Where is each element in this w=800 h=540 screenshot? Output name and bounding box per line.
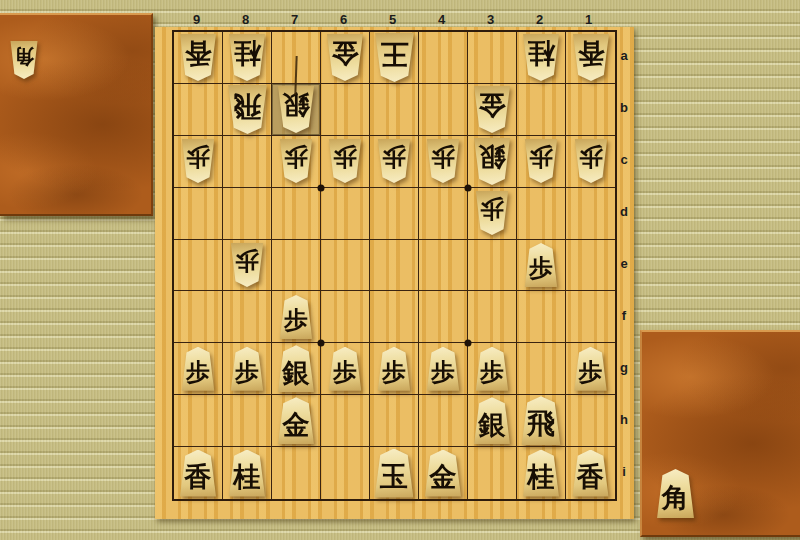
square-2f[interactable] [517,291,566,343]
square-9f[interactable] [174,291,223,343]
square-4b[interactable] [419,84,468,136]
pawn-kanji: 歩 [573,347,609,391]
square-4a[interactable] [419,32,468,84]
square-1f[interactable] [566,291,615,343]
square-4f[interactable] [419,291,468,343]
square-9i[interactable]: 香 [174,447,223,499]
square-8d[interactable] [223,188,272,240]
square-7g[interactable]: 銀 [272,343,321,395]
file-label-1: 1 [564,11,613,28]
square-3b[interactable]: 金 [468,84,517,136]
file-label-6: 6 [319,11,368,28]
square-1g[interactable]: 歩 [566,343,615,395]
square-7i[interactable] [272,447,321,499]
rook-kanji: 飛 [226,85,269,134]
knight-kanji: 桂 [521,450,561,497]
silver-kanji: 銀 [276,345,316,392]
gold-kanji: 金 [325,34,365,81]
piece-pawn-sente[interactable]: 歩 [278,295,314,339]
gote-piece-stand: 角 [0,13,153,216]
board-grid: 香桂金王桂香飛銀金歩歩歩歩歩銀歩歩歩歩歩歩歩歩銀歩歩歩歩歩金銀飛香桂玉金桂香 [172,30,617,501]
piece-lance-gote[interactable]: 香 [571,34,611,81]
piece-knight-sente[interactable]: 桂 [227,450,267,497]
square-8i[interactable]: 桂 [223,447,272,499]
piece-pawn-sente[interactable]: 歩 [474,347,510,391]
rank-label-c: c [615,134,633,186]
square-5f[interactable] [370,291,419,343]
pawn-kanji: 歩 [229,347,265,391]
knight-kanji: 桂 [227,34,267,81]
rank-label-e: e [615,238,633,290]
piece-pawn-gote[interactable]: 歩 [229,243,265,287]
square-9b[interactable] [174,84,223,136]
pawn-kanji: 歩 [376,139,412,183]
piece-knight-gote[interactable]: 桂 [227,34,267,81]
square-5b[interactable] [370,84,419,136]
square-8c[interactable] [223,136,272,188]
piece-pawn-sente[interactable]: 歩 [327,347,363,391]
square-6d[interactable] [321,188,370,240]
square-3h[interactable]: 銀 [468,395,517,447]
square-2i[interactable]: 桂 [517,447,566,499]
square-4i[interactable]: 金 [419,447,468,499]
piece-pawn-gote[interactable]: 歩 [573,139,609,183]
hoshi-dot-2 [465,184,472,191]
square-5i[interactable]: 玉 [370,447,419,499]
silver-kanji: 銀 [472,397,512,444]
hoshi-dot-4 [465,340,472,347]
square-2a[interactable]: 桂 [517,32,566,84]
knight-kanji: 桂 [227,450,267,497]
square-7e[interactable] [272,240,321,292]
square-8h[interactable] [223,395,272,447]
square-5g[interactable]: 歩 [370,343,419,395]
piece-pawn-gote[interactable]: 歩 [376,139,412,183]
piece-pawn-sente[interactable]: 歩 [573,347,609,391]
square-9a[interactable]: 香 [174,32,223,84]
square-8f[interactable] [223,291,272,343]
piece-pawn-gote[interactable]: 歩 [327,139,363,183]
square-3c[interactable]: 銀 [468,136,517,188]
king-kanji: 玉 [373,449,416,498]
rank-label-f: f [615,289,633,341]
piece-lance-gote[interactable]: 香 [178,34,218,81]
square-1i[interactable]: 香 [566,447,615,499]
gold-kanji: 金 [423,450,463,497]
piece-king-gote[interactable]: 王 [373,33,416,82]
file-label-3: 3 [466,11,515,28]
square-8a[interactable]: 桂 [223,32,272,84]
square-9e[interactable] [174,240,223,292]
square-2h[interactable]: 飛 [517,395,566,447]
square-2b[interactable] [517,84,566,136]
pawn-kanji: 歩 [474,191,510,235]
piece-pawn-gote[interactable]: 歩 [180,139,216,183]
square-4c[interactable]: 歩 [419,136,468,188]
square-6g[interactable]: 歩 [321,343,370,395]
pawn-kanji: 歩 [327,347,363,391]
square-1a[interactable]: 香 [566,32,615,84]
lance-kanji: 香 [571,450,611,497]
king-kanji: 王 [373,33,416,82]
rook-kanji: 飛 [520,396,563,445]
square-6e[interactable] [321,240,370,292]
piece-silver-sente[interactable]: 銀 [472,397,512,444]
square-4d[interactable] [419,188,468,240]
silver-kanji: 銀 [472,138,512,185]
pawn-kanji: 歩 [180,139,216,183]
piece-gold-sente[interactable]: 金 [423,450,463,497]
piece-king-sente[interactable]: 玉 [373,449,416,498]
lance-kanji: 香 [178,34,218,81]
piece-pawn-sente[interactable]: 歩 [376,347,412,391]
hoshi-dot-1 [318,184,325,191]
square-3g[interactable]: 歩 [468,343,517,395]
square-4e[interactable] [419,240,468,292]
square-4g[interactable]: 歩 [419,343,468,395]
knight-kanji: 桂 [521,34,561,81]
square-1b[interactable] [566,84,615,136]
pawn-kanji: 歩 [474,347,510,391]
gold-kanji: 金 [276,397,316,444]
square-2e[interactable]: 歩 [517,240,566,292]
piece-knight-sente[interactable]: 桂 [521,450,561,497]
square-3d[interactable]: 歩 [468,188,517,240]
square-3a[interactable] [468,32,517,84]
lance-kanji: 香 [571,34,611,81]
pawn-kanji: 歩 [376,347,412,391]
file-label-9: 9 [172,11,221,28]
pawn-kanji: 歩 [523,243,559,287]
bishop-kanji: 角 [655,469,696,518]
piece-gold-gote[interactable]: 金 [472,86,512,133]
square-5d[interactable] [370,188,419,240]
pawn-kanji: 歩 [278,139,314,183]
lance-kanji: 香 [178,450,218,497]
square-7h[interactable]: 金 [272,395,321,447]
square-8b[interactable]: 飛 [223,84,272,136]
piece-pawn-gote[interactable]: 歩 [425,139,461,183]
rank-label-b: b [615,82,633,134]
square-4h[interactable] [419,395,468,447]
rank-label-h: h [615,393,633,445]
piece-lance-sente[interactable]: 香 [571,450,611,497]
square-8e[interactable]: 歩 [223,240,272,292]
bishop-kanji: 角 [9,41,39,79]
square-9g[interactable]: 歩 [174,343,223,395]
hoshi-dot-3 [318,340,325,347]
gold-kanji: 金 [472,86,512,133]
square-9c[interactable]: 歩 [174,136,223,188]
piece-knight-gote[interactable]: 桂 [521,34,561,81]
piece-silver-gote[interactable]: 銀 [472,138,512,185]
piece-pawn-sente[interactable]: 歩 [229,347,265,391]
piece-bishop-gote[interactable]: 角 [9,41,39,79]
piece-rook-sente[interactable]: 飛 [520,396,563,445]
piece-pawn-gote[interactable]: 歩 [278,139,314,183]
file-label-5: 5 [368,11,417,28]
pawn-kanji: 歩 [573,139,609,183]
piece-rook-gote[interactable]: 飛 [226,85,269,134]
square-1d[interactable] [566,188,615,240]
square-5a[interactable]: 王 [370,32,419,84]
square-7c[interactable]: 歩 [272,136,321,188]
file-label-2: 2 [515,11,564,28]
file-labels: 987654321 [172,11,613,28]
piece-lance-sente[interactable]: 香 [178,450,218,497]
square-6i[interactable] [321,447,370,499]
file-label-7: 7 [270,11,319,28]
piece-pawn-gote[interactable]: 歩 [523,139,559,183]
rank-label-a: a [615,30,633,82]
piece-pawn-gote[interactable]: 歩 [474,191,510,235]
square-5c[interactable]: 歩 [370,136,419,188]
square-6h[interactable] [321,395,370,447]
pawn-kanji: 歩 [229,243,265,287]
piece-pawn-sente[interactable]: 歩 [523,243,559,287]
square-3f[interactable] [468,291,517,343]
square-6c[interactable]: 歩 [321,136,370,188]
pawn-kanji: 歩 [278,295,314,339]
square-2d[interactable] [517,188,566,240]
square-2c[interactable]: 歩 [517,136,566,188]
rank-label-g: g [615,341,633,393]
square-9d[interactable] [174,188,223,240]
square-1e[interactable] [566,240,615,292]
square-6a[interactable]: 金 [321,32,370,84]
square-1h[interactable] [566,395,615,447]
square-1c[interactable]: 歩 [566,136,615,188]
sente-piece-stand: 角 [640,330,800,537]
pawn-kanji: 歩 [327,139,363,183]
square-3e[interactable] [468,240,517,292]
piece-silver-sente[interactable]: 銀 [276,345,316,392]
square-7f[interactable]: 歩 [272,291,321,343]
pawn-kanji: 歩 [425,139,461,183]
square-7b[interactable]: 銀 [272,84,321,136]
pawn-kanji: 歩 [523,139,559,183]
piece-pawn-sente[interactable]: 歩 [425,347,461,391]
rank-label-i: i [615,445,633,497]
piece-gold-sente[interactable]: 金 [276,397,316,444]
rank-labels: abcdefghi [615,30,633,497]
piece-gold-gote[interactable]: 金 [325,34,365,81]
square-7d[interactable] [272,188,321,240]
pawn-kanji: 歩 [180,347,216,391]
square-2g[interactable] [517,343,566,395]
square-8g[interactable]: 歩 [223,343,272,395]
pawn-kanji: 歩 [425,347,461,391]
rank-label-d: d [615,186,633,238]
square-6f[interactable] [321,291,370,343]
file-label-4: 4 [417,11,466,28]
square-5e[interactable] [370,240,419,292]
square-6b[interactable] [321,84,370,136]
square-9h[interactable] [174,395,223,447]
shogi-game-screen: 角 角 987654321 abcdefghi 香桂金王桂香飛銀金歩歩歩歩歩銀歩… [0,0,800,540]
square-5h[interactable] [370,395,419,447]
piece-pawn-sente[interactable]: 歩 [180,347,216,391]
piece-bishop-sente[interactable]: 角 [655,469,696,518]
file-label-8: 8 [221,11,270,28]
square-3i[interactable] [468,447,517,499]
